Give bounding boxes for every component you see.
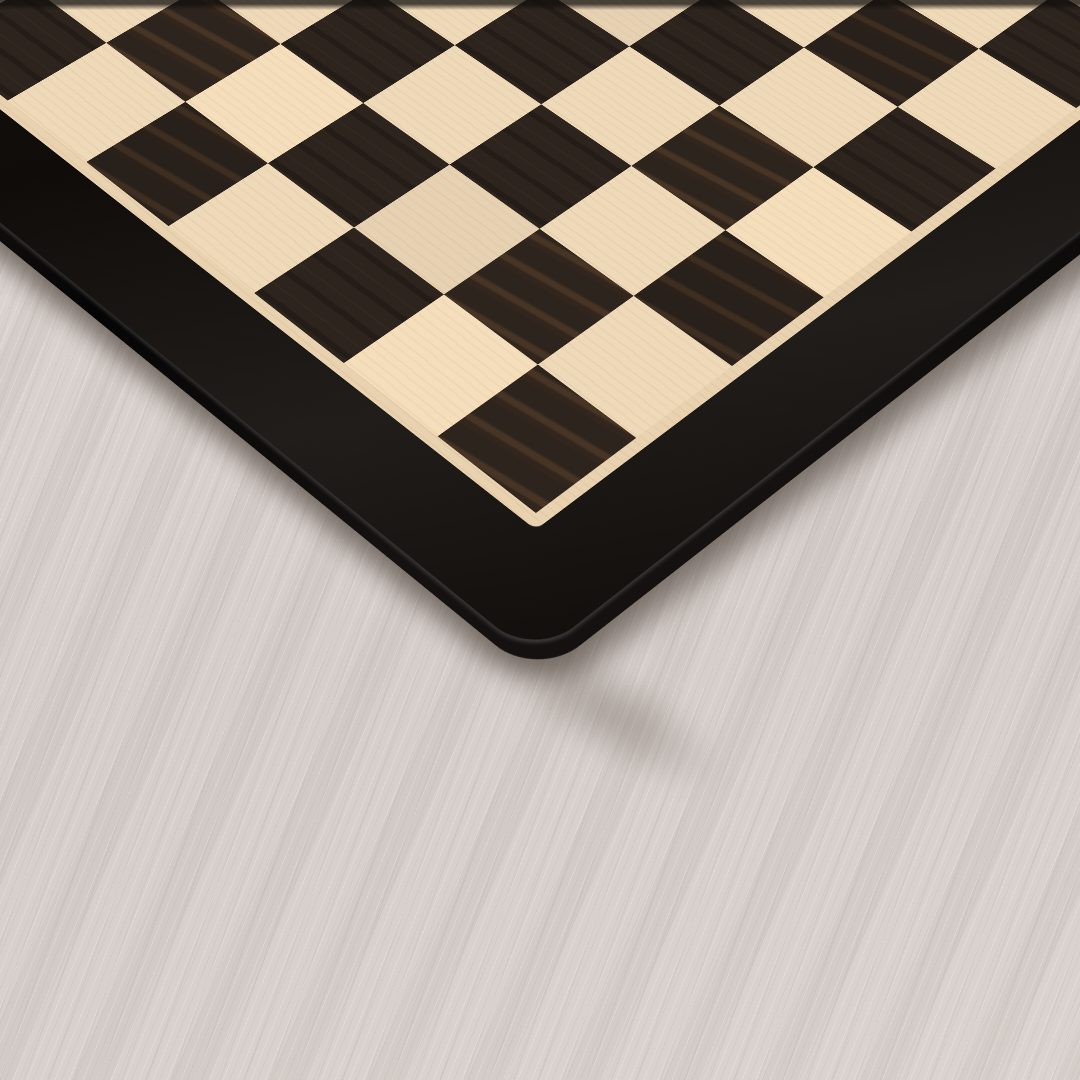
scene xyxy=(0,0,1080,1080)
photo-top-vignette xyxy=(0,0,1080,10)
